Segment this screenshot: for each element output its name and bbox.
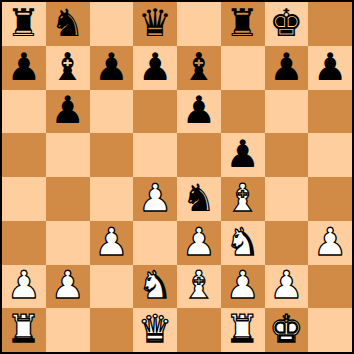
square-d8[interactable]: ♛ xyxy=(133,2,177,46)
square-h4[interactable] xyxy=(308,177,352,221)
white-pawn[interactable]: ♟ xyxy=(182,223,216,261)
black-rook[interactable]: ♜ xyxy=(7,4,41,42)
square-f4[interactable]: ♝ xyxy=(221,177,265,221)
square-a3[interactable] xyxy=(2,221,46,265)
square-b4[interactable] xyxy=(46,177,90,221)
square-h8[interactable] xyxy=(308,2,352,46)
square-f7[interactable] xyxy=(221,46,265,90)
black-pawn[interactable]: ♟ xyxy=(7,48,41,86)
square-b6[interactable]: ♟ xyxy=(46,90,90,134)
square-e2[interactable]: ♝ xyxy=(177,265,221,309)
square-c3[interactable]: ♟ xyxy=(90,221,134,265)
square-f5[interactable]: ♟ xyxy=(221,133,265,177)
square-f6[interactable] xyxy=(221,90,265,134)
black-pawn[interactable]: ♟ xyxy=(138,48,172,86)
square-b8[interactable]: ♞ xyxy=(46,2,90,46)
white-knight[interactable]: ♞ xyxy=(226,223,260,261)
white-bishop[interactable]: ♝ xyxy=(182,266,216,304)
white-rook[interactable]: ♜ xyxy=(7,310,41,348)
square-a2[interactable]: ♟ xyxy=(2,265,46,309)
square-e7[interactable]: ♝ xyxy=(177,46,221,90)
square-h2[interactable] xyxy=(308,265,352,309)
black-rook[interactable]: ♜ xyxy=(226,4,260,42)
square-d4[interactable]: ♟ xyxy=(133,177,177,221)
white-bishop[interactable]: ♝ xyxy=(226,179,260,217)
black-queen[interactable]: ♛ xyxy=(138,4,172,42)
black-pawn[interactable]: ♟ xyxy=(313,48,347,86)
white-pawn[interactable]: ♟ xyxy=(138,179,172,217)
square-d2[interactable]: ♞ xyxy=(133,265,177,309)
square-c7[interactable]: ♟ xyxy=(90,46,134,90)
square-h3[interactable]: ♟ xyxy=(308,221,352,265)
square-e1[interactable] xyxy=(177,308,221,352)
square-a5[interactable] xyxy=(2,133,46,177)
square-h7[interactable]: ♟ xyxy=(308,46,352,90)
black-pawn[interactable]: ♟ xyxy=(51,91,85,129)
black-pawn[interactable]: ♟ xyxy=(182,91,216,129)
square-c6[interactable] xyxy=(90,90,134,134)
square-g8[interactable]: ♚ xyxy=(265,2,309,46)
black-bishop[interactable]: ♝ xyxy=(182,48,216,86)
white-knight[interactable]: ♞ xyxy=(138,266,172,304)
square-b3[interactable] xyxy=(46,221,90,265)
square-b5[interactable] xyxy=(46,133,90,177)
white-pawn[interactable]: ♟ xyxy=(51,266,85,304)
square-g6[interactable] xyxy=(265,90,309,134)
white-pawn[interactable]: ♟ xyxy=(94,223,128,261)
square-a1[interactable]: ♜ xyxy=(2,308,46,352)
square-g1[interactable]: ♚ xyxy=(265,308,309,352)
square-b7[interactable]: ♝ xyxy=(46,46,90,90)
square-e5[interactable] xyxy=(177,133,221,177)
white-pawn[interactable]: ♟ xyxy=(7,266,41,304)
white-pawn[interactable]: ♟ xyxy=(269,266,303,304)
square-d1[interactable]: ♛ xyxy=(133,308,177,352)
square-a4[interactable] xyxy=(2,177,46,221)
white-pawn[interactable]: ♟ xyxy=(226,266,260,304)
black-knight[interactable]: ♞ xyxy=(182,179,216,217)
white-rook[interactable]: ♜ xyxy=(226,310,260,348)
white-king[interactable]: ♚ xyxy=(269,310,303,348)
square-c2[interactable] xyxy=(90,265,134,309)
square-g5[interactable] xyxy=(265,133,309,177)
square-c5[interactable] xyxy=(90,133,134,177)
white-pawn[interactable]: ♟ xyxy=(313,223,347,261)
square-a8[interactable]: ♜ xyxy=(2,2,46,46)
square-b1[interactable] xyxy=(46,308,90,352)
square-c8[interactable] xyxy=(90,2,134,46)
square-h6[interactable] xyxy=(308,90,352,134)
square-h1[interactable] xyxy=(308,308,352,352)
square-a6[interactable] xyxy=(2,90,46,134)
square-f1[interactable]: ♜ xyxy=(221,308,265,352)
square-f2[interactable]: ♟ xyxy=(221,265,265,309)
square-d6[interactable] xyxy=(133,90,177,134)
square-e8[interactable] xyxy=(177,2,221,46)
square-f3[interactable]: ♞ xyxy=(221,221,265,265)
chess-board-frame: ♜♞♛♜♚♟♝♟♟♝♟♟♟♟♟♟♞♝♟♟♞♟♟♟♞♝♟♟♜♛♜♚ xyxy=(0,0,354,354)
square-g2[interactable]: ♟ xyxy=(265,265,309,309)
square-e4[interactable]: ♞ xyxy=(177,177,221,221)
square-g3[interactable] xyxy=(265,221,309,265)
square-d7[interactable]: ♟ xyxy=(133,46,177,90)
chess-board: ♜♞♛♜♚♟♝♟♟♝♟♟♟♟♟♟♞♝♟♟♞♟♟♟♞♝♟♟♜♛♜♚ xyxy=(2,2,352,352)
square-h5[interactable] xyxy=(308,133,352,177)
black-pawn[interactable]: ♟ xyxy=(94,48,128,86)
black-pawn[interactable]: ♟ xyxy=(226,135,260,173)
square-a7[interactable]: ♟ xyxy=(2,46,46,90)
black-bishop[interactable]: ♝ xyxy=(51,48,85,86)
square-b2[interactable]: ♟ xyxy=(46,265,90,309)
black-king[interactable]: ♚ xyxy=(269,4,303,42)
square-g4[interactable] xyxy=(265,177,309,221)
white-queen[interactable]: ♛ xyxy=(138,310,172,348)
square-d5[interactable] xyxy=(133,133,177,177)
square-g7[interactable]: ♟ xyxy=(265,46,309,90)
square-f8[interactable]: ♜ xyxy=(221,2,265,46)
square-d3[interactable] xyxy=(133,221,177,265)
square-e6[interactable]: ♟ xyxy=(177,90,221,134)
square-c4[interactable] xyxy=(90,177,134,221)
black-knight[interactable]: ♞ xyxy=(51,4,85,42)
square-e3[interactable]: ♟ xyxy=(177,221,221,265)
black-pawn[interactable]: ♟ xyxy=(269,48,303,86)
square-c1[interactable] xyxy=(90,308,134,352)
